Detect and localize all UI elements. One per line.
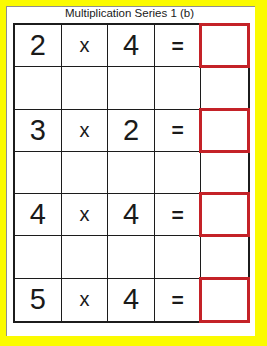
- factor-cell-r3c1: 3: [15, 110, 62, 152]
- empty-cell-r4c3: [108, 152, 155, 194]
- worksheet-page: Multiplication Series 1 (b) 2x4=3x2=4x4=…: [0, 0, 267, 346]
- equals-cell-r3c4: =: [155, 110, 202, 152]
- multiplication-grid: 2x4=3x2=4x4=5x4=: [13, 23, 250, 323]
- factor-cell-r7c3: 4: [108, 279, 155, 321]
- empty-cell-r4c1: [15, 152, 62, 194]
- empty-cell-r6c3: [108, 236, 155, 278]
- factor-cell-r5c1: 4: [15, 194, 62, 236]
- empty-cell-r4c4: [155, 152, 202, 194]
- worksheet-title: Multiplication Series 1 (b): [0, 6, 259, 20]
- operator-cell-r3c2: x: [62, 110, 109, 152]
- empty-cell-r2c2: [62, 67, 109, 109]
- empty-cell-r4c2: [62, 152, 109, 194]
- answer-box-r1c5[interactable]: [201, 25, 248, 67]
- equals-cell-r1c4: =: [155, 25, 202, 67]
- factor-cell-r3c3: 2: [108, 110, 155, 152]
- factor-cell-r5c3: 4: [108, 194, 155, 236]
- operator-cell-r7c2: x: [62, 279, 109, 321]
- factor-cell-r1c3: 4: [108, 25, 155, 67]
- answer-box-r7c5[interactable]: [201, 279, 248, 321]
- empty-cell-r6c2: [62, 236, 109, 278]
- equals-cell-r5c4: =: [155, 194, 202, 236]
- answer-box-r3c5[interactable]: [201, 110, 248, 152]
- empty-cell-r4c5: [201, 152, 248, 194]
- equals-cell-r7c4: =: [155, 279, 202, 321]
- operator-cell-r5c2: x: [62, 194, 109, 236]
- empty-cell-r2c3: [108, 67, 155, 109]
- empty-cell-r6c5: [201, 236, 248, 278]
- empty-cell-r2c4: [155, 67, 202, 109]
- factor-cell-r7c1: 5: [15, 279, 62, 321]
- empty-cell-r6c4: [155, 236, 202, 278]
- factor-cell-r1c1: 2: [15, 25, 62, 67]
- empty-cell-r2c5: [201, 67, 248, 109]
- answer-box-r5c5[interactable]: [201, 194, 248, 236]
- empty-cell-r2c1: [15, 67, 62, 109]
- operator-cell-r1c2: x: [62, 25, 109, 67]
- empty-cell-r6c1: [15, 236, 62, 278]
